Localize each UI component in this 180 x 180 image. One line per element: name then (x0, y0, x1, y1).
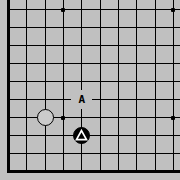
grid-line-vertical-5 (81, 0, 82, 173)
star-point-d4 (61, 116, 65, 120)
grid-line-vertical-4 (63, 0, 64, 173)
star-point-k4 (171, 116, 175, 120)
grid-line-horizontal-4 (7, 117, 180, 118)
grid-line-vertical-3 (45, 0, 46, 173)
grid-line-vertical-9 (155, 0, 156, 173)
grid-line-horizontal-5 (7, 99, 180, 100)
black-stone-triangle-e3 (73, 127, 90, 144)
board-edge-bottom (7, 170, 180, 173)
star-point-d10 (61, 8, 65, 12)
grid-line-horizontal-6 (7, 81, 180, 82)
star-point-k10 (171, 8, 175, 12)
grid-line-horizontal-9 (7, 27, 180, 28)
board-edge-left (7, 0, 10, 173)
white-stone-c4 (37, 109, 54, 126)
grid-line-horizontal-2 (7, 153, 180, 154)
grid-line-horizontal-10 (7, 9, 180, 10)
grid-line-horizontal-3 (7, 135, 180, 136)
triangle-mark-icon (74, 128, 89, 143)
grid-line-horizontal-7 (7, 63, 180, 64)
grid-line-vertical-8 (136, 0, 137, 173)
grid-line-vertical-10 (173, 0, 174, 173)
grid-line-vertical-7 (118, 0, 119, 173)
grid-line-vertical-2 (26, 0, 27, 173)
point-label-a: A (71, 90, 92, 109)
go-board[interactable]: A (0, 0, 180, 180)
grid-line-vertical-6 (100, 0, 101, 173)
grid-line-horizontal-8 (7, 45, 180, 46)
